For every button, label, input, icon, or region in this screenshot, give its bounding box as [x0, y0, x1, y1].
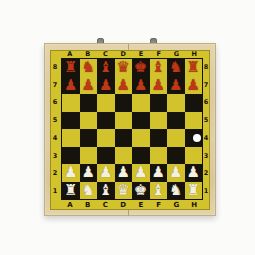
white-queen: ♛ — [117, 182, 130, 197]
square-d8[interactable]: ♛ — [115, 59, 133, 77]
square-d2[interactable]: ♟ — [115, 164, 133, 182]
square-c5[interactable] — [97, 112, 115, 130]
square-f8[interactable]: ♝ — [150, 59, 168, 77]
white-pawn: ♟ — [82, 165, 95, 180]
red-bishop: ♝ — [152, 60, 165, 75]
square-h8[interactable]: ♜ — [185, 59, 203, 77]
white-king: ♚ — [134, 182, 147, 197]
marker-dot[interactable] — [193, 134, 201, 142]
rank-label-5: 5 — [202, 111, 210, 129]
file-label-b: B — [79, 49, 97, 58]
square-b1[interactable]: ♞ — [80, 182, 98, 200]
rank-label-6: 6 — [50, 94, 60, 112]
white-rook: ♜ — [187, 182, 200, 197]
square-b3[interactable] — [80, 147, 98, 165]
red-pawn: ♟ — [99, 77, 112, 92]
square-g2[interactable]: ♟ — [167, 164, 185, 182]
rank-label-7: 7 — [202, 76, 210, 94]
rank-label-1: 1 — [50, 182, 60, 200]
square-g4[interactable] — [167, 129, 185, 147]
rank-labels-right: 87654321 — [202, 58, 210, 200]
square-h5[interactable] — [185, 112, 203, 130]
white-pawn: ♟ — [64, 165, 77, 180]
rank-label-2: 2 — [50, 165, 60, 183]
square-b7[interactable]: ♟ — [80, 77, 98, 95]
square-c2[interactable]: ♟ — [97, 164, 115, 182]
rank-label-8: 8 — [202, 58, 210, 76]
rank-label-7: 7 — [50, 76, 60, 94]
rank-label-3: 3 — [202, 147, 210, 165]
red-pawn: ♟ — [152, 77, 165, 92]
square-e2[interactable]: ♟ — [132, 164, 150, 182]
red-pawn: ♟ — [134, 77, 147, 92]
rank-label-8: 8 — [50, 58, 60, 76]
white-knight: ♞ — [82, 182, 95, 197]
square-e3[interactable] — [132, 147, 150, 165]
red-bishop: ♝ — [99, 60, 112, 75]
rank-label-4: 4 — [202, 129, 210, 147]
file-label-f: F — [150, 200, 168, 209]
white-pawn: ♟ — [134, 165, 147, 180]
square-f6[interactable] — [150, 94, 168, 112]
fold-seam-bottom — [128, 209, 129, 216]
square-h1[interactable]: ♜ — [185, 182, 203, 200]
square-h7[interactable]: ♟ — [185, 77, 203, 95]
rank-label-6: 6 — [202, 94, 210, 112]
square-a8[interactable]: ♜ — [62, 59, 80, 77]
square-g5[interactable] — [167, 112, 185, 130]
file-label-d: D — [114, 49, 132, 58]
square-a3[interactable] — [62, 147, 80, 165]
file-label-d: D — [114, 200, 132, 209]
red-pawn: ♟ — [117, 77, 130, 92]
square-a7[interactable]: ♟ — [62, 77, 80, 95]
square-f3[interactable] — [150, 147, 168, 165]
file-labels-bottom: ABCDEFGH — [61, 200, 203, 209]
file-label-h: H — [185, 49, 203, 58]
file-label-c: C — [97, 200, 115, 209]
square-a5[interactable] — [62, 112, 80, 130]
square-e1[interactable]: ♚ — [132, 182, 150, 200]
red-pawn: ♟ — [169, 77, 182, 92]
square-d7[interactable]: ♟ — [115, 77, 133, 95]
square-f4[interactable] — [150, 129, 168, 147]
rank-label-1: 1 — [202, 182, 210, 200]
square-d5[interactable] — [115, 112, 133, 130]
red-knight: ♞ — [169, 60, 182, 75]
file-label-a: A — [61, 49, 79, 58]
square-c3[interactable] — [97, 147, 115, 165]
square-f1[interactable]: ♝ — [150, 182, 168, 200]
square-c8[interactable]: ♝ — [97, 59, 115, 77]
square-d1[interactable]: ♛ — [115, 182, 133, 200]
square-g7[interactable]: ♟ — [167, 77, 185, 95]
file-label-e: E — [132, 49, 150, 58]
red-pawn: ♟ — [64, 77, 77, 92]
file-labels-top: ABCDEFGH — [61, 49, 203, 58]
white-pawn: ♟ — [169, 165, 182, 180]
square-g1[interactable]: ♞ — [167, 182, 185, 200]
white-bishop: ♝ — [99, 182, 112, 197]
square-e4[interactable] — [132, 129, 150, 147]
white-pawn: ♟ — [99, 165, 112, 180]
file-label-g: G — [168, 200, 186, 209]
square-h6[interactable] — [185, 94, 203, 112]
red-pawn: ♟ — [187, 77, 200, 92]
square-h2[interactable]: ♟ — [185, 164, 203, 182]
square-g3[interactable] — [167, 147, 185, 165]
square-d6[interactable] — [115, 94, 133, 112]
square-b8[interactable]: ♞ — [80, 59, 98, 77]
red-rook: ♜ — [187, 60, 200, 75]
white-pawn: ♟ — [152, 165, 165, 180]
square-g8[interactable]: ♞ — [167, 59, 185, 77]
square-f5[interactable] — [150, 112, 168, 130]
square-a6[interactable] — [62, 94, 80, 112]
chess-grid: ♜♞♝♛♚♝♞♜♟♟♟♟♟♟♟♟♟♟♟♟♟♟♟♟♜♞♝♛♚♝♞♜ — [61, 58, 203, 200]
square-c4[interactable] — [97, 129, 115, 147]
square-b5[interactable] — [80, 112, 98, 130]
rank-label-2: 2 — [202, 165, 210, 183]
white-knight: ♞ — [169, 182, 182, 197]
square-b2[interactable]: ♟ — [80, 164, 98, 182]
white-pawn: ♟ — [187, 165, 200, 180]
red-king: ♚ — [134, 60, 147, 75]
square-a2[interactable]: ♟ — [62, 164, 80, 182]
file-label-f: F — [150, 49, 168, 58]
rank-labels-left: 87654321 — [50, 58, 60, 200]
red-rook: ♜ — [64, 60, 77, 75]
rank-label-5: 5 — [50, 111, 60, 129]
square-e8[interactable]: ♚ — [132, 59, 150, 77]
rank-label-4: 4 — [50, 129, 60, 147]
square-f2[interactable]: ♟ — [150, 164, 168, 182]
square-a1[interactable]: ♜ — [62, 182, 80, 200]
white-bishop: ♝ — [152, 182, 165, 197]
square-e5[interactable] — [132, 112, 150, 130]
square-c7[interactable]: ♟ — [97, 77, 115, 95]
file-label-h: H — [185, 200, 203, 209]
square-c6[interactable] — [97, 94, 115, 112]
file-label-g: G — [168, 49, 186, 58]
white-pawn: ♟ — [117, 165, 130, 180]
square-c1[interactable]: ♝ — [97, 182, 115, 200]
square-f7[interactable]: ♟ — [150, 77, 168, 95]
file-label-c: C — [97, 49, 115, 58]
square-d4[interactable] — [115, 129, 133, 147]
file-label-a: A — [61, 200, 79, 209]
square-a4[interactable] — [62, 129, 80, 147]
square-e7[interactable]: ♟ — [132, 77, 150, 95]
white-rook: ♜ — [64, 182, 77, 197]
square-d3[interactable] — [115, 147, 133, 165]
square-h3[interactable] — [185, 147, 203, 165]
red-knight: ♞ — [82, 60, 95, 75]
file-label-e: E — [132, 200, 150, 209]
red-pawn: ♟ — [82, 77, 95, 92]
square-g6[interactable] — [167, 94, 185, 112]
square-b4[interactable] — [80, 129, 98, 147]
red-queen: ♛ — [117, 60, 130, 75]
photo-background: ABCDEFGH ABCDEFGH 87654321 87654321 ♜♞♝♛… — [0, 0, 255, 255]
rank-label-3: 3 — [50, 147, 60, 165]
square-e6[interactable] — [132, 94, 150, 112]
file-label-b: B — [79, 200, 97, 209]
square-b6[interactable] — [80, 94, 98, 112]
